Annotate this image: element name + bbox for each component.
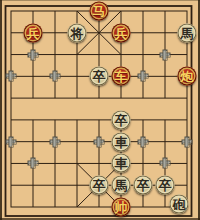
piece-black-general[interactable]: 将 [68,23,87,42]
position-marker [139,137,148,146]
piece-black-soldier[interactable]: 卒 [90,176,109,195]
black-soldier-glyph: 卒 [93,179,106,192]
black-general-glyph: 将 [71,26,84,39]
piece-black-cannon[interactable]: 砲 [170,195,189,214]
position-marker [7,72,16,81]
position-marker [161,159,170,168]
black-soldier-glyph: 卒 [115,113,128,126]
piece-black-chariot[interactable]: 車 [112,154,131,173]
piece-black-horse[interactable]: 馬 [178,23,197,42]
position-marker [161,50,170,59]
piece-black-horse[interactable]: 馬 [112,176,131,195]
piece-black-soldier[interactable]: 卒 [90,67,109,86]
black-horse-glyph: 馬 [115,179,128,192]
red-chariot-glyph: 车 [115,70,128,83]
red-cannon-glyph: 炮 [181,70,194,83]
red-general-glyph: 帅 [115,201,128,214]
position-marker [51,72,60,81]
xiangqi-board: 马兵将兵馬卒车炮卒車車卒馬卒卒帅砲 [0,0,200,220]
piece-black-soldier[interactable]: 卒 [156,176,175,195]
red-soldier-glyph: 兵 [27,26,40,39]
position-marker [51,137,60,146]
black-soldier-glyph: 卒 [137,179,150,192]
position-marker [95,137,104,146]
piece-black-soldier[interactable]: 卒 [134,176,153,195]
black-horse-glyph: 馬 [181,26,194,39]
piece-black-soldier[interactable]: 卒 [112,110,131,129]
piece-red-chariot[interactable]: 车 [112,67,131,86]
piece-black-chariot[interactable]: 車 [112,132,131,151]
black-chariot-glyph: 車 [115,157,128,170]
black-soldier-glyph: 卒 [93,70,106,83]
piece-red-horse[interactable]: 马 [90,2,109,21]
position-marker [29,50,38,59]
position-marker [29,159,38,168]
position-marker [183,137,192,146]
position-marker [7,137,16,146]
piece-red-soldier[interactable]: 兵 [24,23,43,42]
black-cannon-glyph: 砲 [173,198,186,211]
red-horse-glyph: 马 [93,5,106,18]
black-soldier-glyph: 卒 [159,179,172,192]
red-soldier-glyph: 兵 [115,26,128,39]
black-chariot-glyph: 車 [115,135,128,148]
piece-red-general[interactable]: 帅 [112,198,131,217]
piece-red-cannon[interactable]: 炮 [178,67,197,86]
piece-red-soldier[interactable]: 兵 [112,23,131,42]
position-marker [139,72,148,81]
